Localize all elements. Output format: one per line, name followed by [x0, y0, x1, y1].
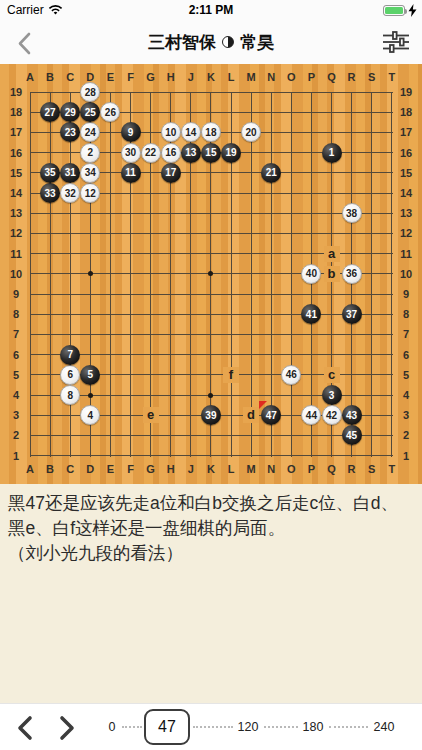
star-point	[88, 271, 93, 276]
coord-number-right: 6	[396, 348, 416, 362]
coord-number-left: 13	[6, 206, 26, 220]
coord-letter-top: E	[100, 70, 120, 84]
coord-number-right: 10	[396, 267, 416, 281]
status-bar: Carrier 2:11 PM	[0, 0, 422, 20]
coord-number-left: 4	[6, 388, 26, 402]
coord-number-right: 1	[396, 449, 416, 463]
coord-number-right: 8	[396, 307, 416, 321]
variation-label-e: e	[143, 407, 159, 423]
grid-line	[371, 92, 372, 457]
stone-C4: 8	[60, 385, 80, 405]
grid-line	[30, 455, 393, 456]
coord-letter-top: O	[281, 70, 301, 84]
coord-letter-bottom: L	[221, 462, 241, 476]
grid-line	[30, 213, 393, 214]
stone-O5: 46	[281, 365, 301, 385]
stone-R8: 37	[342, 304, 362, 324]
previous-move-button[interactable]	[10, 714, 40, 742]
coord-letter-top: A	[20, 70, 40, 84]
coord-number-right: 9	[396, 287, 416, 301]
coord-number-right: 17	[396, 125, 416, 139]
move-toolbar: 0 47 120 180 240	[0, 703, 422, 750]
stone-K3: 39	[201, 405, 221, 425]
stone-N3: 47	[261, 405, 281, 425]
stone-F17: 9	[121, 122, 141, 142]
coord-number-left: 14	[6, 186, 26, 200]
coord-number-right: 3	[396, 408, 416, 422]
coord-letter-top: J	[181, 70, 201, 84]
stone-B14: 33	[40, 183, 60, 203]
coord-number-right: 16	[396, 146, 416, 160]
variation-label-a: a	[324, 246, 340, 262]
coord-letter-top: B	[40, 70, 60, 84]
grid-line	[30, 314, 393, 315]
coord-number-left: 9	[6, 287, 26, 301]
coord-number-left: 8	[6, 307, 26, 321]
settings-button[interactable]	[382, 31, 410, 53]
coord-letter-bottom: C	[60, 462, 80, 476]
coord-number-left: 5	[6, 368, 26, 382]
coord-letter-bottom: T	[382, 462, 402, 476]
player-black-name: 常昊	[240, 31, 274, 54]
stone-G16: 22	[141, 143, 161, 163]
slider-track[interactable]	[193, 726, 233, 728]
coord-letter-bottom: D	[80, 462, 100, 476]
coord-number-right: 5	[396, 368, 416, 382]
stone-K17: 18	[201, 122, 221, 142]
coord-number-left: 16	[6, 146, 26, 160]
slider-track[interactable]	[122, 726, 142, 728]
grid-line	[271, 92, 272, 457]
variation-label-d: d	[243, 407, 259, 423]
stone-R3: 43	[342, 405, 362, 425]
coord-number-right: 4	[396, 388, 416, 402]
grid-line	[391, 92, 392, 457]
stone-D16: 2	[80, 143, 100, 163]
commentary-line-1: 黑47还是应该先走a位和白b交换之后走c位、白d、黑e、白f这样还是一盘细棋的局…	[8, 491, 414, 541]
stone-D14: 12	[80, 183, 100, 203]
page-title: 三村智保 常昊	[60, 20, 362, 64]
slider-tick-120: 120	[238, 720, 259, 734]
coord-letter-bottom: M	[241, 462, 261, 476]
stone-D15: 34	[80, 163, 100, 183]
stone-D17: 24	[80, 122, 100, 142]
star-point	[208, 271, 213, 276]
stone-R13: 38	[342, 203, 362, 223]
star-point	[88, 393, 93, 398]
grid-line	[30, 92, 31, 457]
coord-number-right: 11	[396, 247, 416, 261]
go-board[interactable]: AABBCCDDEEFFGGHHJJKKLLMMNNOOPPQQRRSSTT19…	[0, 64, 422, 484]
last-move-marker	[259, 401, 267, 409]
coord-number-left: 15	[6, 166, 26, 180]
sliders-icon	[383, 31, 409, 53]
stone-Q3: 42	[322, 405, 342, 425]
stone-N15: 21	[261, 163, 281, 183]
commentary: 黑47还是应该先走a位和白b交换之后走c位、白d、黑e、白f这样还是一盘细棋的局…	[0, 484, 422, 573]
coord-letter-top: M	[241, 70, 261, 84]
coord-letter-bottom: A	[20, 462, 40, 476]
coord-letter-top: K	[201, 70, 221, 84]
variation-label-f: f	[223, 367, 239, 383]
coord-letter-bottom: S	[362, 462, 382, 476]
chevron-right-icon	[58, 715, 76, 741]
grid-line	[30, 233, 393, 234]
stone-J17: 14	[181, 122, 201, 142]
coord-number-left: 10	[6, 267, 26, 281]
coord-letter-bottom: R	[342, 462, 362, 476]
coord-letter-top: S	[362, 70, 382, 84]
coord-letter-top: P	[301, 70, 321, 84]
coord-letter-top: R	[342, 70, 362, 84]
stone-F15: 11	[121, 163, 141, 183]
coord-number-left: 7	[6, 327, 26, 341]
coord-number-left: 11	[6, 247, 26, 261]
stone-D3: 4	[80, 405, 100, 425]
coord-letter-bottom: N	[261, 462, 281, 476]
stone-B18: 27	[40, 102, 60, 122]
charging-bolt-icon	[408, 4, 417, 17]
stone-K16: 15	[201, 143, 221, 163]
coord-number-left: 1	[6, 449, 26, 463]
coord-letter-top: N	[261, 70, 281, 84]
stone-E18: 26	[100, 102, 120, 122]
stone-H16: 16	[161, 143, 181, 163]
coord-letter-top: C	[60, 70, 80, 84]
coord-letter-bottom: O	[281, 462, 301, 476]
coord-letter-top: F	[121, 70, 141, 84]
stone-C6: 7	[60, 345, 80, 365]
stone-P3: 44	[301, 405, 321, 425]
stone-C18: 29	[60, 102, 80, 122]
coord-letter-top: T	[382, 70, 402, 84]
coord-number-left: 12	[6, 226, 26, 240]
coord-number-right: 18	[396, 105, 416, 119]
stone-D5: 5	[80, 365, 100, 385]
stone-P8: 41	[301, 304, 321, 324]
coord-number-left: 19	[6, 85, 26, 99]
stone-P10: 40	[301, 264, 321, 284]
coord-letter-bottom: J	[181, 462, 201, 476]
stone-R2: 45	[342, 425, 362, 445]
battery-icon	[383, 5, 405, 16]
coord-letter-bottom: B	[40, 462, 60, 476]
slider-track[interactable]	[329, 726, 368, 728]
commentary-line-2: （刘小光九段的看法）	[8, 541, 414, 566]
coord-number-right: 2	[396, 428, 416, 442]
slider-track[interactable]	[264, 726, 298, 728]
stone-R10: 36	[342, 264, 362, 284]
player-white-name: 三村智保	[148, 31, 216, 54]
stone-Q4: 3	[322, 385, 342, 405]
grid-line	[50, 92, 51, 457]
coord-letter-bottom: H	[161, 462, 181, 476]
coord-number-left: 3	[6, 408, 26, 422]
grid-line	[251, 92, 252, 457]
coord-letter-top: G	[141, 70, 161, 84]
stone-F16: 30	[121, 143, 141, 163]
coord-letter-bottom: K	[201, 462, 221, 476]
stone-H17: 10	[161, 122, 181, 142]
coord-number-left: 6	[6, 348, 26, 362]
coord-number-right: 12	[396, 226, 416, 240]
variation-label-c: c	[324, 367, 340, 383]
grid-line	[30, 435, 393, 436]
nav-bar: 三村智保 常昊	[0, 20, 422, 64]
coord-number-left: 18	[6, 105, 26, 119]
current-move-box[interactable]: 47	[144, 709, 190, 745]
black-white-indicator-icon	[222, 36, 234, 48]
grid-line	[30, 294, 393, 295]
chevron-left-icon	[18, 32, 31, 55]
stone-H15: 17	[161, 163, 181, 183]
stone-B15: 35	[40, 163, 60, 183]
stone-C14: 32	[60, 183, 80, 203]
coord-letter-bottom: E	[100, 462, 120, 476]
stone-C15: 31	[60, 163, 80, 183]
grid-line	[110, 92, 111, 457]
coord-letter-bottom: G	[141, 462, 161, 476]
stone-C5: 6	[60, 365, 80, 385]
slider-tick-0: 0	[109, 720, 116, 734]
coord-number-right: 7	[396, 327, 416, 341]
stone-C17: 23	[60, 122, 80, 142]
stone-J16: 13	[181, 143, 201, 163]
slider-tick-240: 240	[374, 720, 395, 734]
coord-number-right: 15	[396, 166, 416, 180]
chevron-left-icon	[16, 715, 34, 741]
stone-M17: 20	[241, 122, 261, 142]
coord-number-right: 14	[396, 186, 416, 200]
coord-number-right: 19	[396, 85, 416, 99]
stone-D19: 28	[80, 82, 100, 102]
variation-label-b: b	[324, 266, 340, 282]
grid-line	[30, 354, 393, 355]
coord-letter-top: L	[221, 70, 241, 84]
coord-letter-bottom: Q	[322, 462, 342, 476]
star-point	[208, 393, 213, 398]
back-button[interactable]	[10, 29, 38, 57]
clock: 2:11 PM	[0, 3, 422, 17]
stone-Q16: 1	[322, 143, 342, 163]
coord-letter-bottom: P	[301, 462, 321, 476]
coord-letter-bottom: F	[121, 462, 141, 476]
grid-line	[291, 92, 292, 457]
coord-number-right: 13	[396, 206, 416, 220]
grid-line	[30, 334, 393, 335]
slider-tick-180: 180	[303, 720, 324, 734]
stone-D18: 25	[80, 102, 100, 122]
stone-L16: 19	[221, 143, 241, 163]
coord-number-left: 2	[6, 428, 26, 442]
coord-number-left: 17	[6, 125, 26, 139]
coord-letter-top: Q	[322, 70, 342, 84]
next-move-button[interactable]	[52, 714, 82, 742]
app-screen: Carrier 2:11 PM 三村智保	[0, 0, 422, 750]
coord-letter-top: H	[161, 70, 181, 84]
